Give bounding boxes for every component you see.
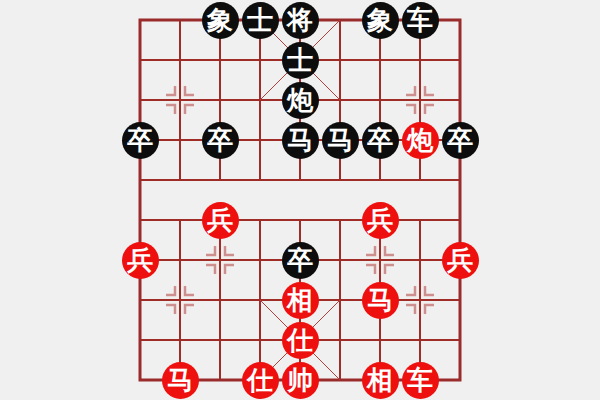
piece-red-horse[interactable]: 马 xyxy=(362,282,399,319)
intersection-r9c3[interactable]: 仕 xyxy=(240,360,280,400)
intersection-r9c7[interactable]: 车 xyxy=(400,360,440,400)
intersection-r5c1[interactable] xyxy=(160,200,200,240)
intersection-r9c4[interactable]: 帅 xyxy=(280,360,320,400)
intersection-r6c0[interactable]: 兵 xyxy=(120,240,160,280)
intersection-r8c2[interactable] xyxy=(200,320,240,360)
intersection-r4c6[interactable] xyxy=(360,160,400,200)
intersection-r7c3[interactable] xyxy=(240,280,280,320)
intersection-r3c1[interactable] xyxy=(160,120,200,160)
piece-black-elephant[interactable]: 象 xyxy=(202,2,239,39)
piece-black-soldier[interactable]: 卒 xyxy=(202,122,239,159)
intersection-r4c4[interactable] xyxy=(280,160,320,200)
intersection-r2c3[interactable] xyxy=(240,80,280,120)
intersection-r1c8[interactable] xyxy=(440,40,480,80)
intersection-r6c1[interactable] xyxy=(160,240,200,280)
intersection-r1c2[interactable] xyxy=(200,40,240,80)
intersection-r4c8[interactable] xyxy=(440,160,480,200)
intersection-r3c6[interactable]: 卒 xyxy=(360,120,400,160)
intersection-r5c8[interactable] xyxy=(440,200,480,240)
intersection-r3c4[interactable]: 马 xyxy=(280,120,320,160)
intersection-r8c0[interactable] xyxy=(120,320,160,360)
piece-black-soldier[interactable]: 卒 xyxy=(442,122,479,159)
piece-black-horse[interactable]: 马 xyxy=(282,122,319,159)
piece-black-soldier[interactable]: 卒 xyxy=(282,242,319,279)
intersection-r8c5[interactable] xyxy=(320,320,360,360)
intersection-r9c2[interactable] xyxy=(200,360,240,400)
piece-black-horse[interactable]: 马 xyxy=(322,122,359,159)
intersection-r5c3[interactable] xyxy=(240,200,280,240)
intersection-r4c0[interactable] xyxy=(120,160,160,200)
piece-red-soldier[interactable]: 兵 xyxy=(362,202,399,239)
intersection-r0c4[interactable]: 将 xyxy=(280,0,320,40)
intersection-r0c6[interactable]: 象 xyxy=(360,0,400,40)
intersection-r7c1[interactable] xyxy=(160,280,200,320)
intersection-r0c8[interactable] xyxy=(440,0,480,40)
intersection-r1c0[interactable] xyxy=(120,40,160,80)
piece-black-elephant[interactable]: 象 xyxy=(362,2,399,39)
intersection-r6c8[interactable]: 兵 xyxy=(440,240,480,280)
piece-black-advisor[interactable]: 士 xyxy=(242,2,279,39)
intersection-r6c3[interactable] xyxy=(240,240,280,280)
intersection-r2c4[interactable]: 炮 xyxy=(280,80,320,120)
intersection-r1c3[interactable] xyxy=(240,40,280,80)
intersection-r5c7[interactable] xyxy=(400,200,440,240)
intersection-r8c3[interactable] xyxy=(240,320,280,360)
intersection-r2c0[interactable] xyxy=(120,80,160,120)
intersection-r6c5[interactable] xyxy=(320,240,360,280)
intersection-r3c2[interactable]: 卒 xyxy=(200,120,240,160)
intersection-r1c6[interactable] xyxy=(360,40,400,80)
intersection-r6c7[interactable] xyxy=(400,240,440,280)
intersection-r2c2[interactable] xyxy=(200,80,240,120)
intersection-r7c2[interactable] xyxy=(200,280,240,320)
intersection-r1c7[interactable] xyxy=(400,40,440,80)
intersection-r2c5[interactable] xyxy=(320,80,360,120)
intersection-r0c3[interactable]: 士 xyxy=(240,0,280,40)
piece-black-cannon[interactable]: 炮 xyxy=(282,82,319,119)
intersection-r1c5[interactable] xyxy=(320,40,360,80)
intersection-r6c6[interactable] xyxy=(360,240,400,280)
intersection-r9c5[interactable] xyxy=(320,360,360,400)
intersection-r7c8[interactable] xyxy=(440,280,480,320)
intersection-r5c5[interactable] xyxy=(320,200,360,240)
intersection-r4c2[interactable] xyxy=(200,160,240,200)
intersection-r2c6[interactable] xyxy=(360,80,400,120)
intersection-r6c2[interactable] xyxy=(200,240,240,280)
piece-black-soldier[interactable]: 卒 xyxy=(122,122,159,159)
intersection-r6c4[interactable]: 卒 xyxy=(280,240,320,280)
intersection-r3c0[interactable]: 卒 xyxy=(120,120,160,160)
intersection-r0c5[interactable] xyxy=(320,0,360,40)
intersection-r8c8[interactable] xyxy=(440,320,480,360)
intersection-r2c1[interactable] xyxy=(160,80,200,120)
intersection-r4c3[interactable] xyxy=(240,160,280,200)
piece-red-elephant[interactable]: 相 xyxy=(282,282,319,319)
piece-black-advisor[interactable]: 士 xyxy=(282,42,319,79)
intersection-r5c6[interactable]: 兵 xyxy=(360,200,400,240)
piece-red-elephant[interactable]: 相 xyxy=(362,362,399,399)
piece-red-general[interactable]: 帅 xyxy=(282,362,319,399)
intersection-r5c4[interactable] xyxy=(280,200,320,240)
intersection-r8c7[interactable] xyxy=(400,320,440,360)
piece-red-chariot[interactable]: 车 xyxy=(402,362,439,399)
intersection-r7c0[interactable] xyxy=(120,280,160,320)
intersection-r0c0[interactable] xyxy=(120,0,160,40)
intersection-r3c3[interactable] xyxy=(240,120,280,160)
piece-black-soldier[interactable]: 卒 xyxy=(362,122,399,159)
intersection-r4c5[interactable] xyxy=(320,160,360,200)
intersection-r4c7[interactable] xyxy=(400,160,440,200)
piece-black-general[interactable]: 将 xyxy=(282,2,319,39)
intersection-r5c2[interactable]: 兵 xyxy=(200,200,240,240)
intersection-r3c7[interactable]: 炮 xyxy=(400,120,440,160)
intersection-r9c8[interactable] xyxy=(440,360,480,400)
piece-red-advisor[interactable]: 仕 xyxy=(282,322,319,359)
xiangqi-board[interactable]: 象士将象车士炮卒卒马马卒炮卒兵兵兵卒兵相马仕马仕帅相车 xyxy=(120,0,480,400)
intersection-r0c2[interactable]: 象 xyxy=(200,0,240,40)
intersection-r8c6[interactable] xyxy=(360,320,400,360)
intersection-r7c7[interactable] xyxy=(400,280,440,320)
piece-red-cannon[interactable]: 炮 xyxy=(402,122,439,159)
intersection-r1c1[interactable] xyxy=(160,40,200,80)
intersection-r5c0[interactable] xyxy=(120,200,160,240)
intersection-r7c5[interactable] xyxy=(320,280,360,320)
intersection-r9c1[interactable]: 马 xyxy=(160,360,200,400)
intersection-r3c5[interactable]: 马 xyxy=(320,120,360,160)
intersection-r3c8[interactable]: 卒 xyxy=(440,120,480,160)
piece-red-soldier[interactable]: 兵 xyxy=(202,202,239,239)
intersection-r8c4[interactable]: 仕 xyxy=(280,320,320,360)
piece-red-soldier[interactable]: 兵 xyxy=(122,242,159,279)
piece-black-chariot[interactable]: 车 xyxy=(402,2,439,39)
xiangqi-board-screen: 象士将象车士炮卒卒马马卒炮卒兵兵兵卒兵相马仕马仕帅相车 xyxy=(0,0,600,400)
intersection-r8c1[interactable] xyxy=(160,320,200,360)
intersection-r0c7[interactable]: 车 xyxy=(400,0,440,40)
intersection-r9c6[interactable]: 相 xyxy=(360,360,400,400)
piece-red-advisor[interactable]: 仕 xyxy=(242,362,279,399)
intersection-r9c0[interactable] xyxy=(120,360,160,400)
intersection-r2c8[interactable] xyxy=(440,80,480,120)
intersection-r0c1[interactable] xyxy=(160,0,200,40)
piece-red-horse[interactable]: 马 xyxy=(162,362,199,399)
intersection-r7c6[interactable]: 马 xyxy=(360,280,400,320)
intersection-r2c7[interactable] xyxy=(400,80,440,120)
piece-red-soldier[interactable]: 兵 xyxy=(442,242,479,279)
intersection-r4c1[interactable] xyxy=(160,160,200,200)
intersection-r1c4[interactable]: 士 xyxy=(280,40,320,80)
intersection-r7c4[interactable]: 相 xyxy=(280,280,320,320)
